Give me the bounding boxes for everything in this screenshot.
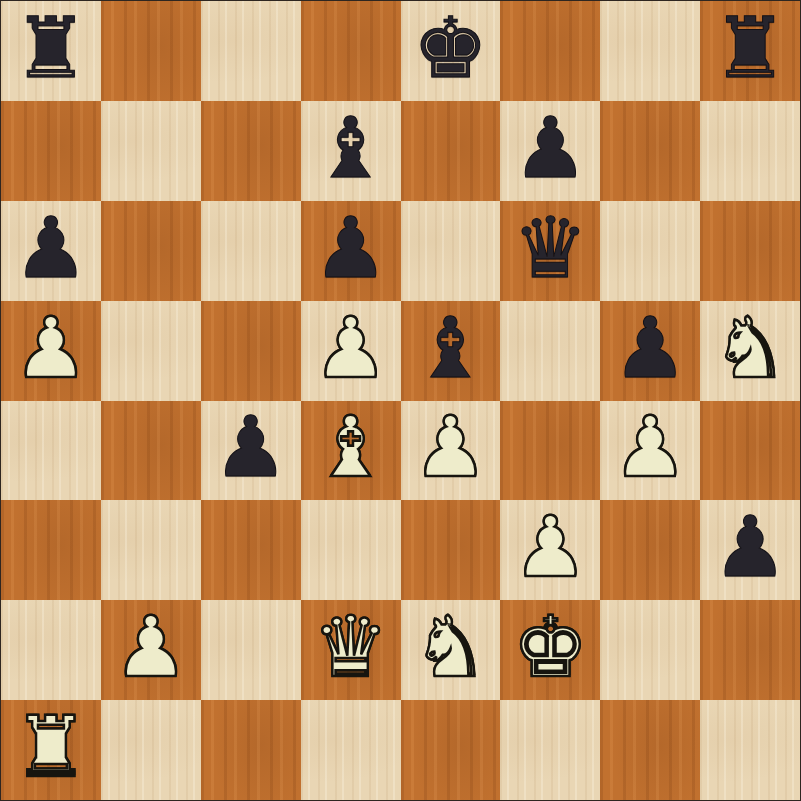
square-h2[interactable] [700, 600, 800, 700]
chess-board: ♜♚♜♝♟♟♟♛♟♟♝♟♞♟♝♟♟♟♟♟♛♞♚♜ [0, 0, 801, 801]
white-queen[interactable]: ♛ [313, 605, 388, 689]
square-d1[interactable] [301, 700, 401, 800]
black-queen[interactable]: ♛ [513, 206, 588, 290]
black-pawn[interactable]: ♟ [613, 306, 688, 390]
square-f7[interactable]: ♟ [500, 101, 600, 201]
square-h4[interactable] [700, 401, 800, 501]
square-c7[interactable] [201, 101, 301, 201]
square-d8[interactable] [301, 1, 401, 101]
white-rook[interactable]: ♜ [13, 705, 88, 789]
white-pawn[interactable]: ♟ [13, 306, 88, 390]
square-g7[interactable] [600, 101, 700, 201]
square-e6[interactable] [401, 201, 501, 301]
black-rook[interactable]: ♜ [712, 6, 787, 90]
black-rook[interactable]: ♜ [13, 6, 88, 90]
square-e2[interactable]: ♞ [401, 600, 501, 700]
square-b7[interactable] [101, 101, 201, 201]
square-f5[interactable] [500, 301, 600, 401]
square-c8[interactable] [201, 1, 301, 101]
black-pawn[interactable]: ♟ [13, 206, 88, 290]
square-g3[interactable] [600, 500, 700, 600]
square-c6[interactable] [201, 201, 301, 301]
square-h8[interactable]: ♜ [700, 1, 800, 101]
square-c1[interactable] [201, 700, 301, 800]
square-h3[interactable]: ♟ [700, 500, 800, 600]
square-d6[interactable]: ♟ [301, 201, 401, 301]
square-h5[interactable]: ♞ [700, 301, 800, 401]
black-pawn[interactable]: ♟ [313, 206, 388, 290]
square-a4[interactable] [1, 401, 101, 501]
square-h6[interactable] [700, 201, 800, 301]
square-a1[interactable]: ♜ [1, 700, 101, 800]
white-bishop[interactable]: ♝ [313, 405, 388, 489]
white-knight[interactable]: ♞ [413, 605, 488, 689]
square-h1[interactable] [700, 700, 800, 800]
square-a7[interactable] [1, 101, 101, 201]
square-c4[interactable]: ♟ [201, 401, 301, 501]
black-bishop[interactable]: ♝ [313, 106, 388, 190]
white-pawn[interactable]: ♟ [613, 405, 688, 489]
square-g1[interactable] [600, 700, 700, 800]
square-e3[interactable] [401, 500, 501, 600]
white-pawn[interactable]: ♟ [313, 306, 388, 390]
white-pawn[interactable]: ♟ [413, 405, 488, 489]
square-a3[interactable] [1, 500, 101, 600]
square-f2[interactable]: ♚ [500, 600, 600, 700]
square-e4[interactable]: ♟ [401, 401, 501, 501]
square-h7[interactable] [700, 101, 800, 201]
square-b8[interactable] [101, 1, 201, 101]
square-d3[interactable] [301, 500, 401, 600]
square-d7[interactable]: ♝ [301, 101, 401, 201]
square-e5[interactable]: ♝ [401, 301, 501, 401]
square-e8[interactable]: ♚ [401, 1, 501, 101]
black-pawn[interactable]: ♟ [712, 505, 787, 589]
white-pawn[interactable]: ♟ [113, 605, 188, 689]
square-c2[interactable] [201, 600, 301, 700]
square-a8[interactable]: ♜ [1, 1, 101, 101]
square-g6[interactable] [600, 201, 700, 301]
white-knight[interactable]: ♞ [712, 306, 787, 390]
square-g4[interactable]: ♟ [600, 401, 700, 501]
square-a2[interactable] [1, 600, 101, 700]
square-f6[interactable]: ♛ [500, 201, 600, 301]
square-g8[interactable] [600, 1, 700, 101]
black-king[interactable]: ♚ [413, 6, 488, 90]
square-c3[interactable] [201, 500, 301, 600]
square-d5[interactable]: ♟ [301, 301, 401, 401]
white-king[interactable]: ♚ [513, 605, 588, 689]
square-a6[interactable]: ♟ [1, 201, 101, 301]
black-bishop[interactable]: ♝ [413, 306, 488, 390]
square-b5[interactable] [101, 301, 201, 401]
square-f1[interactable] [500, 700, 600, 800]
square-f4[interactable] [500, 401, 600, 501]
square-b1[interactable] [101, 700, 201, 800]
square-a5[interactable]: ♟ [1, 301, 101, 401]
square-f3[interactable]: ♟ [500, 500, 600, 600]
square-b4[interactable] [101, 401, 201, 501]
black-pawn[interactable]: ♟ [213, 405, 288, 489]
square-e7[interactable] [401, 101, 501, 201]
square-d4[interactable]: ♝ [301, 401, 401, 501]
square-d2[interactable]: ♛ [301, 600, 401, 700]
square-b6[interactable] [101, 201, 201, 301]
square-e1[interactable] [401, 700, 501, 800]
black-pawn[interactable]: ♟ [513, 106, 588, 190]
square-c5[interactable] [201, 301, 301, 401]
square-f8[interactable] [500, 1, 600, 101]
square-g2[interactable] [600, 600, 700, 700]
square-b3[interactable] [101, 500, 201, 600]
white-pawn[interactable]: ♟ [513, 505, 588, 589]
square-b2[interactable]: ♟ [101, 600, 201, 700]
square-g5[interactable]: ♟ [600, 301, 700, 401]
